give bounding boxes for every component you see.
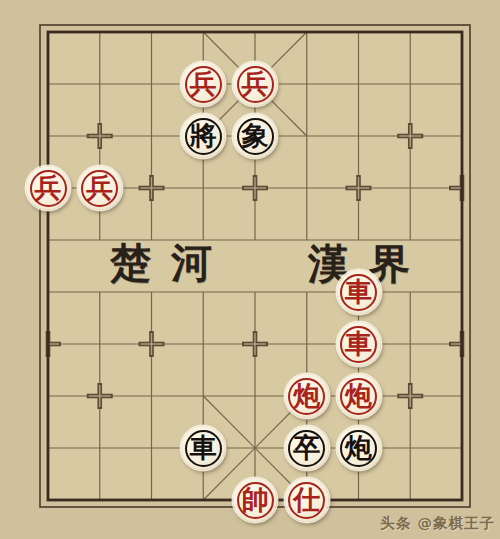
piece-glyph: 兵	[35, 174, 62, 201]
piece-glyph: 炮	[293, 382, 320, 409]
piece-red-advisor[interactable]: 仕	[285, 478, 329, 522]
piece-glyph: 兵	[86, 174, 113, 201]
piece-glyph: 炮	[345, 434, 372, 461]
piece-glyph: 卒	[293, 434, 320, 461]
piece-black-cannon[interactable]: 炮	[337, 426, 381, 470]
piece-red-general[interactable]: 帥	[233, 478, 277, 522]
watermark: 头条 @象棋王子	[380, 514, 495, 533]
river-label-left: 楚河	[110, 236, 232, 291]
piece-glyph: 炮	[345, 382, 372, 409]
piece-glyph: 帥	[242, 486, 269, 513]
piece-red-chariot-1[interactable]: 車	[337, 270, 381, 314]
piece-red-soldier-1[interactable]: 兵	[181, 62, 225, 106]
piece-black-elephant[interactable]: 象	[233, 114, 277, 158]
piece-glyph: 車	[345, 278, 372, 305]
piece-black-soldier[interactable]: 卒	[285, 426, 329, 470]
piece-glyph: 車	[345, 330, 372, 357]
piece-black-general[interactable]: 將	[181, 114, 225, 158]
piece-red-soldier-4[interactable]: 兵	[78, 166, 122, 210]
piece-glyph: 兵	[242, 70, 269, 97]
piece-black-chariot[interactable]: 車	[181, 426, 225, 470]
piece-red-cannon-2[interactable]: 炮	[337, 374, 381, 418]
piece-red-soldier-2[interactable]: 兵	[233, 62, 277, 106]
piece-glyph: 象	[242, 122, 269, 149]
piece-glyph: 將	[190, 122, 217, 149]
xiangqi-screenshot: 楚河 漢界 兵兵將象兵兵車車炮炮車卒炮帥仕 头条 @象棋王子	[0, 0, 500, 539]
piece-glyph: 兵	[190, 70, 217, 97]
piece-glyph: 車	[190, 434, 217, 461]
piece-glyph: 仕	[293, 486, 320, 513]
piece-red-chariot-2[interactable]: 車	[337, 322, 381, 366]
piece-red-soldier-3[interactable]: 兵	[26, 166, 70, 210]
piece-red-cannon-1[interactable]: 炮	[285, 374, 329, 418]
